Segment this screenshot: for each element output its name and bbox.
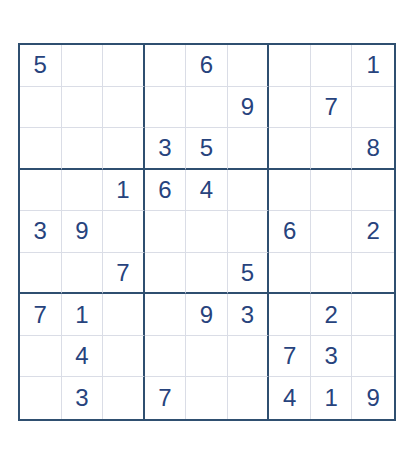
- cell-r4c7[interactable]: [269, 170, 311, 212]
- cell-r7c6[interactable]: 3: [228, 294, 270, 336]
- cell-r8c3[interactable]: [103, 336, 145, 378]
- cell-r1c6[interactable]: [228, 45, 270, 87]
- cell-r7c2[interactable]: 1: [62, 294, 104, 336]
- cell-r5c4[interactable]: [145, 211, 187, 253]
- cell-r3c1[interactable]: [20, 128, 62, 170]
- cell-r5c2[interactable]: 9: [62, 211, 104, 253]
- cell-r1c5[interactable]: 6: [186, 45, 228, 87]
- cell-r1c7[interactable]: [269, 45, 311, 87]
- cell-r9c9[interactable]: 9: [352, 377, 394, 419]
- cell-r2c9[interactable]: [352, 87, 394, 129]
- cell-r8c4[interactable]: [145, 336, 187, 378]
- cell-r5c1[interactable]: 3: [20, 211, 62, 253]
- cell-r1c1[interactable]: 5: [20, 45, 62, 87]
- cell-r3c9[interactable]: 8: [352, 128, 394, 170]
- cell-r2c7[interactable]: [269, 87, 311, 129]
- cell-r6c9[interactable]: [352, 253, 394, 295]
- cell-r6c6[interactable]: 5: [228, 253, 270, 295]
- cell-r9c4[interactable]: 7: [145, 377, 187, 419]
- cell-r7c4[interactable]: [145, 294, 187, 336]
- cell-r8c8[interactable]: 3: [311, 336, 353, 378]
- cell-r8c2[interactable]: 4: [62, 336, 104, 378]
- sudoku-board: 561973581643962757193247337419: [18, 43, 396, 421]
- cell-r5c5[interactable]: [186, 211, 228, 253]
- cell-r8c9[interactable]: [352, 336, 394, 378]
- cell-r4c8[interactable]: [311, 170, 353, 212]
- cell-r3c5[interactable]: 5: [186, 128, 228, 170]
- cell-r7c8[interactable]: 2: [311, 294, 353, 336]
- cell-r1c8[interactable]: [311, 45, 353, 87]
- cell-r9c1[interactable]: [20, 377, 62, 419]
- cell-r7c1[interactable]: 7: [20, 294, 62, 336]
- cell-r1c9[interactable]: 1: [352, 45, 394, 87]
- cell-r5c9[interactable]: 2: [352, 211, 394, 253]
- cell-r6c2[interactable]: [62, 253, 104, 295]
- cell-r9c6[interactable]: [228, 377, 270, 419]
- cell-r3c7[interactable]: [269, 128, 311, 170]
- cell-r1c2[interactable]: [62, 45, 104, 87]
- cell-r8c1[interactable]: [20, 336, 62, 378]
- cell-r2c3[interactable]: [103, 87, 145, 129]
- cell-r1c4[interactable]: [145, 45, 187, 87]
- cell-r6c4[interactable]: [145, 253, 187, 295]
- cell-r2c5[interactable]: [186, 87, 228, 129]
- cell-r7c5[interactable]: 9: [186, 294, 228, 336]
- cell-r6c8[interactable]: [311, 253, 353, 295]
- cell-r3c3[interactable]: [103, 128, 145, 170]
- cell-r5c6[interactable]: [228, 211, 270, 253]
- cell-r1c3[interactable]: [103, 45, 145, 87]
- cell-r4c1[interactable]: [20, 170, 62, 212]
- cell-r3c2[interactable]: [62, 128, 104, 170]
- cell-r9c8[interactable]: 1: [311, 377, 353, 419]
- cell-r3c8[interactable]: [311, 128, 353, 170]
- cell-r4c2[interactable]: [62, 170, 104, 212]
- cell-r7c7[interactable]: [269, 294, 311, 336]
- cell-r5c7[interactable]: 6: [269, 211, 311, 253]
- cell-r4c6[interactable]: [228, 170, 270, 212]
- cell-r2c6[interactable]: 9: [228, 87, 270, 129]
- cell-r2c4[interactable]: [145, 87, 187, 129]
- cell-r8c5[interactable]: [186, 336, 228, 378]
- cell-r4c3[interactable]: 1: [103, 170, 145, 212]
- cell-r8c7[interactable]: 7: [269, 336, 311, 378]
- cell-r4c9[interactable]: [352, 170, 394, 212]
- cell-r9c2[interactable]: 3: [62, 377, 104, 419]
- sudoku-page: 561973581643962757193247337419: [0, 0, 400, 454]
- cell-r9c3[interactable]: [103, 377, 145, 419]
- cell-r6c5[interactable]: [186, 253, 228, 295]
- cell-r9c5[interactable]: [186, 377, 228, 419]
- cell-r3c6[interactable]: [228, 128, 270, 170]
- cell-r4c5[interactable]: 4: [186, 170, 228, 212]
- cell-r7c9[interactable]: [352, 294, 394, 336]
- cell-r6c1[interactable]: [20, 253, 62, 295]
- cell-r3c4[interactable]: 3: [145, 128, 187, 170]
- cell-r9c7[interactable]: 4: [269, 377, 311, 419]
- cell-r5c3[interactable]: [103, 211, 145, 253]
- cell-r2c2[interactable]: [62, 87, 104, 129]
- cell-r8c6[interactable]: [228, 336, 270, 378]
- cell-r2c8[interactable]: 7: [311, 87, 353, 129]
- cell-r6c3[interactable]: 7: [103, 253, 145, 295]
- cell-r6c7[interactable]: [269, 253, 311, 295]
- cell-r7c3[interactable]: [103, 294, 145, 336]
- cell-r2c1[interactable]: [20, 87, 62, 129]
- cell-r4c4[interactable]: 6: [145, 170, 187, 212]
- cell-r5c8[interactable]: [311, 211, 353, 253]
